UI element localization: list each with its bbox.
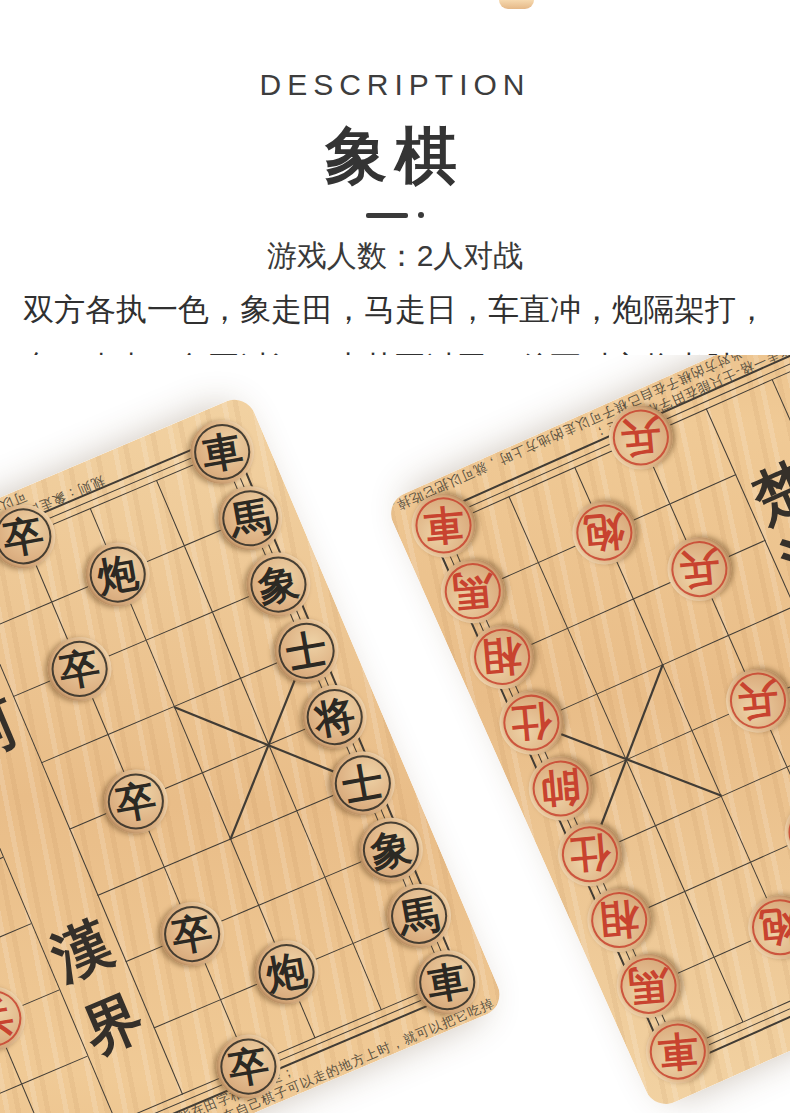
piece-glyph: 卒 [113,778,159,824]
header: DESCRIPTION 象棋 游戏人数：2人对战 双方各执一色，象走田，马走日，… [0,0,790,393]
product-photo: 规则：象走田-马走日-车直冲-炮翻山，将帅只能走在田字格里边；可以把它吃掉；将和… [0,355,790,1113]
piece-glyph: 兵 [619,416,662,459]
piece-glyph: 兵 [678,547,721,590]
page-title: 象棋 [0,114,790,198]
section-title: DESCRIPTION [0,68,790,102]
piece-glyph: 車 [199,429,245,475]
piece-glyph: 炮 [758,906,790,949]
piece-glyph: 卒 [169,911,215,957]
piece-glyph: 馬 [451,569,494,612]
divider-dot [418,212,424,218]
divider-bar [366,213,408,218]
piece-glyph: 象 [255,561,301,607]
piece-glyph: 車 [424,959,470,1005]
piece-glyph: 兵 [0,995,16,1041]
players-value: 2人对战 [417,239,524,272]
piece-glyph: 士 [340,760,386,806]
piece-glyph: 将 [312,694,358,740]
players-label: 游戏人数： [267,239,417,272]
players-line: 游戏人数：2人对战 [0,236,790,277]
piece-glyph: 仕 [568,833,611,876]
piece-glyph: 士 [283,628,329,674]
piece-glyph: 炮 [583,511,626,554]
piece-glyph: 馬 [396,893,442,939]
piece-glyph: 炮 [95,551,141,597]
piece-glyph: 帥 [539,767,582,810]
piece-glyph: 卒 [56,646,102,692]
piece-glyph: 仕 [510,701,553,744]
piece-glyph: 卒 [225,1043,271,1089]
piece-glyph: 卒 [0,513,46,559]
piece-glyph: 兵 [736,679,779,722]
piece-glyph: 車 [422,504,465,547]
piece-glyph: 車 [656,1030,699,1073]
product-description-page: DESCRIPTION 象棋 游戏人数：2人对战 双方各执一色，象走田，马走日，… [0,0,790,1113]
piece-glyph: 相 [480,635,523,678]
title-divider [0,212,790,218]
piece-glyph: 象 [368,826,414,872]
wood-piece-sliver [499,0,534,9]
rules-line-1: 双方各执一色，象走田，马走日，车直冲，炮隔架打， [0,285,790,335]
piece-glyph: 馬 [227,495,273,541]
piece-glyph: 馬 [627,964,670,1007]
piece-glyph: 相 [598,898,641,941]
piece-glyph: 炮 [263,949,309,995]
